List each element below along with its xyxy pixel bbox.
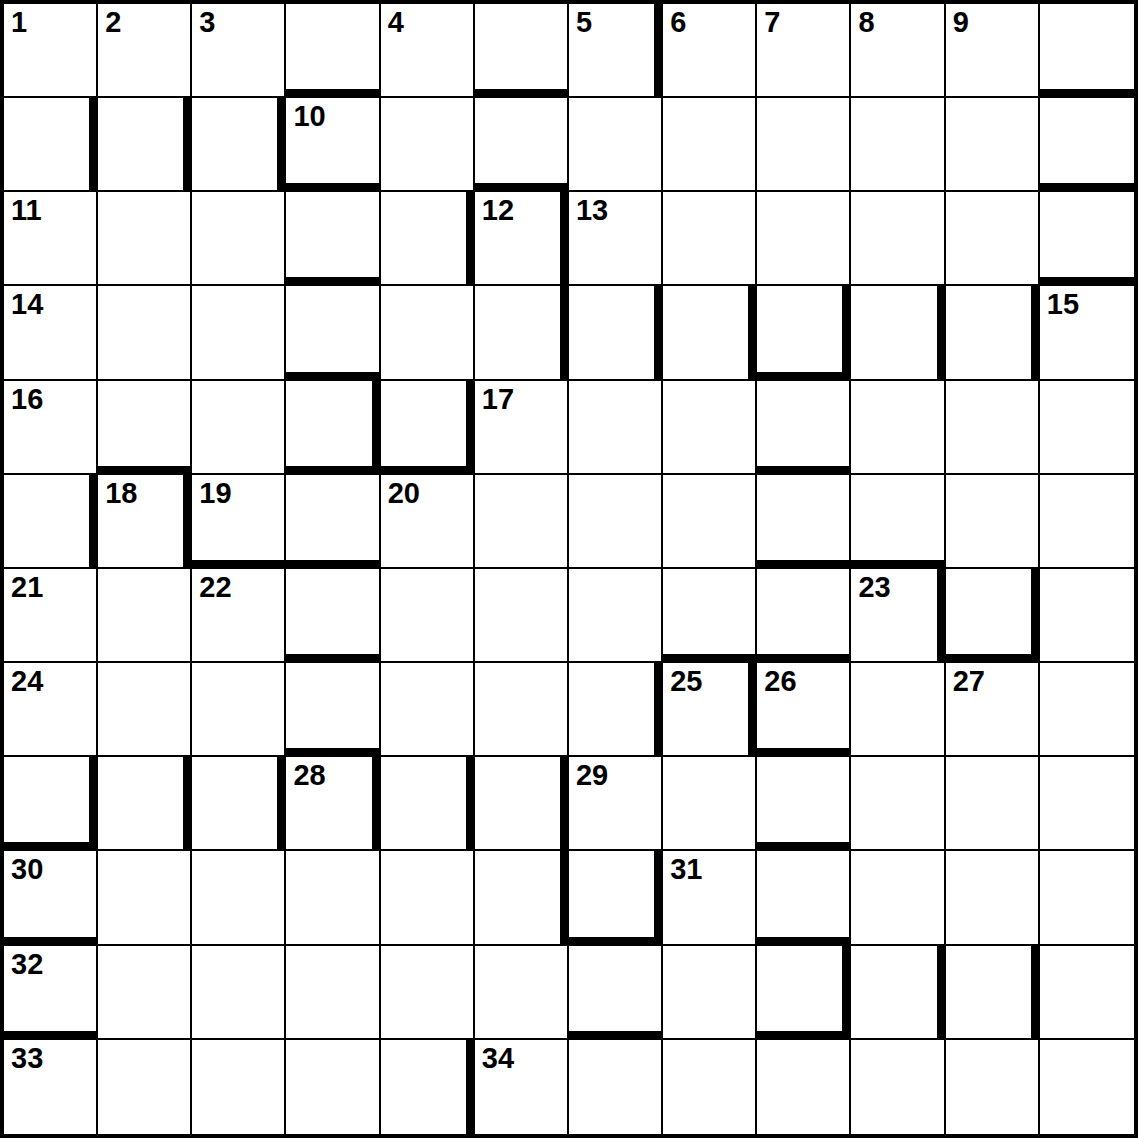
grid-cell[interactable] bbox=[381, 286, 475, 380]
grid-cell[interactable] bbox=[4, 757, 98, 851]
grid-cell[interactable]: 1 bbox=[4, 4, 98, 98]
clue-number: 4 bbox=[388, 8, 404, 37]
grid-cell[interactable] bbox=[569, 286, 663, 380]
grid-cell[interactable]: 10 bbox=[286, 98, 380, 192]
grid-cell[interactable] bbox=[192, 663, 286, 757]
grid-cell[interactable]: 32 bbox=[4, 946, 98, 1040]
clue-number: 10 bbox=[293, 102, 325, 131]
grid-cell[interactable] bbox=[286, 192, 380, 286]
grid-cell[interactable]: 24 bbox=[4, 663, 98, 757]
clue-number: 21 bbox=[11, 573, 43, 602]
grid-cell[interactable]: 31 bbox=[663, 851, 757, 945]
grid-cell[interactable]: 33 bbox=[4, 1040, 98, 1134]
grid-cell[interactable] bbox=[1040, 4, 1134, 98]
grid-cell[interactable] bbox=[1040, 946, 1134, 1040]
grid-cell[interactable]: 9 bbox=[946, 4, 1040, 98]
grid-cell[interactable] bbox=[757, 381, 851, 475]
grid-cell[interactable] bbox=[381, 98, 475, 192]
grid-cell[interactable] bbox=[569, 381, 663, 475]
grid-cell[interactable] bbox=[192, 946, 286, 1040]
grid-cell[interactable] bbox=[663, 475, 757, 569]
grid-cell[interactable] bbox=[569, 946, 663, 1040]
grid-cell[interactable] bbox=[475, 757, 569, 851]
clue-number: 16 bbox=[11, 385, 43, 414]
clue-number: 6 bbox=[670, 8, 686, 37]
clue-number: 9 bbox=[953, 8, 969, 37]
grid-cell[interactable] bbox=[851, 851, 945, 945]
grid-cell[interactable] bbox=[851, 946, 945, 1040]
grid-cell[interactable] bbox=[946, 1040, 1040, 1134]
grid-cell[interactable]: 25 bbox=[663, 663, 757, 757]
grid-cell[interactable] bbox=[286, 4, 380, 98]
grid-cell[interactable] bbox=[1040, 381, 1134, 475]
grid-cell[interactable] bbox=[851, 98, 945, 192]
grid-cell[interactable]: 22 bbox=[192, 569, 286, 663]
grid-cell[interactable] bbox=[98, 663, 192, 757]
grid-cell[interactable]: 27 bbox=[946, 663, 1040, 757]
grid-cell[interactable] bbox=[381, 946, 475, 1040]
clue-number: 28 bbox=[293, 761, 325, 790]
grid-cell[interactable] bbox=[851, 381, 945, 475]
grid-cell[interactable] bbox=[569, 569, 663, 663]
grid-cell[interactable] bbox=[569, 663, 663, 757]
grid-cell[interactable] bbox=[192, 381, 286, 475]
clue-number: 29 bbox=[576, 761, 608, 790]
grid-cell[interactable]: 34 bbox=[475, 1040, 569, 1134]
grid-cell[interactable] bbox=[98, 381, 192, 475]
grid-cell[interactable]: 29 bbox=[569, 757, 663, 851]
grid-cell[interactable]: 26 bbox=[757, 663, 851, 757]
grid-cell[interactable]: 23 bbox=[851, 569, 945, 663]
grid-cell[interactable] bbox=[286, 663, 380, 757]
grid-cell[interactable] bbox=[475, 98, 569, 192]
clue-number: 20 bbox=[388, 479, 420, 508]
grid-cell[interactable] bbox=[946, 381, 1040, 475]
grid-cell[interactable] bbox=[663, 757, 757, 851]
grid-cell[interactable] bbox=[1040, 98, 1134, 192]
clue-number: 12 bbox=[482, 196, 514, 225]
clue-number: 1 bbox=[11, 8, 27, 37]
grid-cell[interactable] bbox=[569, 1040, 663, 1134]
grid-cell[interactable] bbox=[192, 286, 286, 380]
grid-cell[interactable] bbox=[286, 286, 380, 380]
grid-cell[interactable]: 3 bbox=[192, 4, 286, 98]
clue-number: 34 bbox=[482, 1044, 514, 1073]
grid-cell[interactable] bbox=[663, 946, 757, 1040]
grid-cell[interactable] bbox=[286, 569, 380, 663]
grid-cell[interactable] bbox=[286, 851, 380, 945]
grid-cell[interactable] bbox=[1040, 1040, 1134, 1134]
grid-cell[interactable] bbox=[757, 98, 851, 192]
grid-cell[interactable] bbox=[192, 1040, 286, 1134]
crossword-page: 1234567891011121314151617181920212223242… bbox=[0, 0, 1138, 1138]
clue-number: 13 bbox=[576, 196, 608, 225]
grid-cell[interactable] bbox=[757, 851, 851, 945]
grid-cell[interactable]: 13 bbox=[569, 192, 663, 286]
grid-cell[interactable] bbox=[663, 192, 757, 286]
grid-cell[interactable] bbox=[475, 4, 569, 98]
clue-number: 27 bbox=[953, 667, 985, 696]
clue-number: 25 bbox=[670, 667, 702, 696]
grid-cell[interactable] bbox=[381, 192, 475, 286]
grid-cell[interactable] bbox=[98, 286, 192, 380]
grid-cell[interactable] bbox=[286, 381, 380, 475]
grid-cell[interactable] bbox=[569, 851, 663, 945]
grid-cell[interactable]: 30 bbox=[4, 851, 98, 945]
grid-cell[interactable] bbox=[663, 1040, 757, 1134]
grid-cell[interactable]: 18 bbox=[98, 475, 192, 569]
clue-number: 23 bbox=[858, 573, 890, 602]
grid-cell[interactable] bbox=[946, 286, 1040, 380]
grid-cell[interactable]: 11 bbox=[4, 192, 98, 286]
grid-cell[interactable] bbox=[946, 98, 1040, 192]
grid-cell[interactable] bbox=[1040, 757, 1134, 851]
grid-cell[interactable] bbox=[757, 569, 851, 663]
clue-number: 14 bbox=[11, 290, 43, 319]
grid-cell[interactable] bbox=[4, 98, 98, 192]
grid-cell[interactable] bbox=[475, 569, 569, 663]
clue-number: 5 bbox=[576, 8, 592, 37]
grid-cell[interactable]: 7 bbox=[757, 4, 851, 98]
clue-number: 26 bbox=[764, 667, 796, 696]
grid-cell[interactable] bbox=[757, 475, 851, 569]
grid-cell[interactable] bbox=[286, 946, 380, 1040]
crossword-grid: 1234567891011121314151617181920212223242… bbox=[0, 0, 1138, 1138]
grid-cell[interactable] bbox=[1040, 569, 1134, 663]
grid-cell[interactable] bbox=[851, 475, 945, 569]
grid-cell[interactable] bbox=[851, 1040, 945, 1134]
grid-cell[interactable] bbox=[569, 98, 663, 192]
clue-number: 24 bbox=[11, 667, 43, 696]
grid-cell[interactable] bbox=[381, 851, 475, 945]
grid-cell[interactable] bbox=[946, 757, 1040, 851]
grid-cell[interactable]: 20 bbox=[381, 475, 475, 569]
grid-cell[interactable] bbox=[946, 475, 1040, 569]
grid-cell[interactable] bbox=[381, 757, 475, 851]
clue-number: 11 bbox=[11, 196, 42, 225]
grid-cell[interactable] bbox=[192, 98, 286, 192]
grid-cell[interactable]: 21 bbox=[4, 569, 98, 663]
grid-cell[interactable] bbox=[475, 286, 569, 380]
grid-cell[interactable] bbox=[1040, 192, 1134, 286]
grid-cell[interactable] bbox=[663, 381, 757, 475]
grid-cell[interactable] bbox=[381, 569, 475, 663]
grid-cell[interactable] bbox=[663, 98, 757, 192]
grid-cell[interactable]: 5 bbox=[569, 4, 663, 98]
grid-cell[interactable] bbox=[569, 475, 663, 569]
grid-cell[interactable] bbox=[757, 946, 851, 1040]
clue-number: 32 bbox=[11, 950, 43, 979]
grid-cell[interactable] bbox=[1040, 475, 1134, 569]
clue-number: 19 bbox=[199, 479, 231, 508]
grid-cell[interactable] bbox=[98, 946, 192, 1040]
grid-cell[interactable] bbox=[663, 569, 757, 663]
grid-cell[interactable]: 12 bbox=[475, 192, 569, 286]
grid-cell[interactable] bbox=[192, 192, 286, 286]
grid-cell[interactable] bbox=[286, 1040, 380, 1134]
grid-cell[interactable] bbox=[851, 192, 945, 286]
grid-cell[interactable] bbox=[475, 946, 569, 1040]
clue-number: 8 bbox=[858, 8, 874, 37]
grid-cell[interactable] bbox=[946, 192, 1040, 286]
grid-cell[interactable] bbox=[286, 475, 380, 569]
grid-cell[interactable] bbox=[98, 1040, 192, 1134]
grid-cell[interactable] bbox=[192, 757, 286, 851]
grid-cell[interactable] bbox=[946, 851, 1040, 945]
grid-cell[interactable] bbox=[98, 192, 192, 286]
grid-cell[interactable] bbox=[98, 569, 192, 663]
clue-number: 31 bbox=[670, 855, 702, 884]
grid-cell[interactable] bbox=[946, 946, 1040, 1040]
grid-cell[interactable] bbox=[757, 1040, 851, 1134]
grid-cell[interactable] bbox=[1040, 663, 1134, 757]
grid-cell[interactable] bbox=[1040, 851, 1134, 945]
grid-cell[interactable] bbox=[98, 851, 192, 945]
grid-cell[interactable] bbox=[381, 381, 475, 475]
grid-cell[interactable] bbox=[475, 663, 569, 757]
clue-number: 3 bbox=[199, 8, 215, 37]
grid-cell[interactable]: 17 bbox=[475, 381, 569, 475]
grid-cell[interactable]: 2 bbox=[98, 4, 192, 98]
clue-number: 7 bbox=[764, 8, 780, 37]
grid-cell[interactable] bbox=[757, 757, 851, 851]
clue-number: 2 bbox=[105, 8, 121, 37]
grid-cell[interactable]: 16 bbox=[4, 381, 98, 475]
grid-cell[interactable] bbox=[851, 663, 945, 757]
grid-cell[interactable]: 15 bbox=[1040, 286, 1134, 380]
grid-cell[interactable]: 6 bbox=[663, 4, 757, 98]
clue-number: 33 bbox=[11, 1044, 43, 1073]
grid-cell[interactable]: 8 bbox=[851, 4, 945, 98]
clue-number: 30 bbox=[11, 855, 43, 884]
grid-cell[interactable]: 4 bbox=[381, 4, 475, 98]
clue-number: 18 bbox=[105, 479, 137, 508]
grid-cell[interactable] bbox=[4, 475, 98, 569]
grid-cell[interactable] bbox=[381, 663, 475, 757]
grid-cell[interactable] bbox=[381, 1040, 475, 1134]
grid-cell[interactable]: 19 bbox=[192, 475, 286, 569]
grid-cell[interactable] bbox=[757, 286, 851, 380]
grid-cell[interactable] bbox=[757, 192, 851, 286]
grid-cell[interactable] bbox=[98, 98, 192, 192]
clue-number: 17 bbox=[482, 385, 514, 414]
grid-cell[interactable] bbox=[663, 286, 757, 380]
grid-cell[interactable] bbox=[475, 851, 569, 945]
grid-cell[interactable] bbox=[192, 851, 286, 945]
clue-number: 22 bbox=[199, 573, 231, 602]
grid-cell[interactable] bbox=[946, 569, 1040, 663]
grid-cell[interactable]: 28 bbox=[286, 757, 380, 851]
clue-number: 15 bbox=[1047, 290, 1079, 319]
grid-cell[interactable] bbox=[851, 757, 945, 851]
grid-cell[interactable] bbox=[851, 286, 945, 380]
grid-cell[interactable] bbox=[475, 475, 569, 569]
grid-cell[interactable]: 14 bbox=[4, 286, 98, 380]
grid-cell[interactable] bbox=[98, 757, 192, 851]
